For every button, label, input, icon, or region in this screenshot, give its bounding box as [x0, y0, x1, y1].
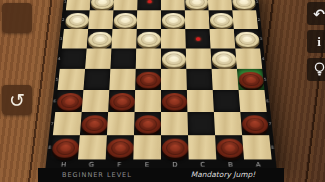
square-a2[interactable]: [232, 10, 258, 29]
square-d1[interactable]: [161, 0, 185, 10]
piece-dark[interactable]: [241, 115, 268, 133]
hint-message: Mandatory Jump!: [183, 170, 263, 179]
piece-dark[interactable]: [106, 139, 133, 158]
rank-label: 4: [260, 49, 266, 69]
square-e6[interactable]: [135, 90, 161, 112]
square-e3[interactable]: [136, 29, 161, 48]
square-h5[interactable]: [58, 69, 86, 90]
square-g1[interactable]: [90, 0, 115, 10]
board: HGFEDCBA 12345678 12345678: [45, 0, 277, 172]
rank-label: 3: [258, 29, 264, 48]
square-d6[interactable]: [161, 90, 187, 112]
menu-button[interactable]: [2, 3, 32, 33]
square-f3[interactable]: [111, 29, 136, 48]
square-b4[interactable]: [211, 49, 237, 69]
square-a6[interactable]: [239, 90, 267, 112]
restart-button[interactable]: ↺: [2, 85, 32, 115]
square-c5[interactable]: [186, 69, 212, 90]
piece-white[interactable]: [185, 0, 208, 9]
piece-dark[interactable]: [80, 115, 107, 133]
square-a5[interactable]: [237, 69, 265, 90]
square-b6[interactable]: [213, 90, 241, 112]
square-f4[interactable]: [110, 49, 136, 69]
square-b7[interactable]: [214, 112, 242, 135]
square-h8[interactable]: [50, 135, 80, 159]
square-h7[interactable]: [53, 112, 82, 135]
square-h2[interactable]: [64, 10, 90, 29]
square-e4[interactable]: [136, 49, 161, 69]
piece-white[interactable]: [137, 32, 161, 47]
square-g7[interactable]: [80, 112, 108, 135]
square-c3[interactable]: [185, 29, 210, 48]
app-screen: HGFEDCBA 12345678 12345678 BEGINNER LEVE…: [0, 0, 325, 182]
status-bar: BEGINNER LEVEL Mandatory Jump!: [38, 168, 284, 182]
piece-dark[interactable]: [51, 139, 79, 158]
rank-label: 2: [256, 10, 261, 29]
info-icon: i: [317, 31, 321, 53]
square-a4[interactable]: [235, 49, 262, 69]
piece-dark[interactable]: [161, 139, 188, 158]
square-b5[interactable]: [212, 69, 239, 90]
square-g3[interactable]: [87, 29, 113, 48]
square-e8[interactable]: [133, 135, 161, 159]
info-button[interactable]: i: [307, 30, 325, 53]
square-d7[interactable]: [161, 112, 188, 135]
square-f6[interactable]: [108, 90, 135, 112]
lightbulb-icon: [313, 62, 325, 78]
square-f7[interactable]: [107, 112, 135, 135]
square-a7[interactable]: [240, 112, 269, 135]
piece-white[interactable]: [90, 0, 114, 9]
square-e1[interactable]: [137, 0, 161, 10]
undo-button[interactable]: ↶: [307, 2, 325, 25]
undo-icon: ↶: [313, 3, 325, 25]
piece-white[interactable]: [161, 51, 185, 67]
piece-white[interactable]: [87, 32, 112, 47]
square-d2[interactable]: [161, 10, 185, 29]
square-c8[interactable]: [188, 135, 216, 159]
move-dot: [196, 37, 201, 40]
square-d5[interactable]: [161, 69, 187, 90]
board-grid: [50, 0, 271, 159]
square-e7[interactable]: [134, 112, 161, 135]
piece-white[interactable]: [113, 13, 137, 28]
piece-white[interactable]: [232, 0, 256, 9]
square-g4[interactable]: [85, 49, 111, 69]
square-a3[interactable]: [234, 29, 260, 48]
piece-dark[interactable]: [134, 115, 160, 133]
square-b3[interactable]: [210, 29, 236, 48]
level-label: BEGINNER LEVEL: [62, 171, 132, 179]
square-d3[interactable]: [161, 29, 186, 48]
piece-white[interactable]: [211, 51, 236, 67]
piece-dark[interactable]: [216, 139, 244, 158]
restart-icon: ↺: [9, 86, 25, 114]
square-g2[interactable]: [88, 10, 113, 29]
square-e2[interactable]: [137, 10, 161, 29]
square-c2[interactable]: [185, 10, 210, 29]
square-f5[interactable]: [109, 69, 135, 90]
square-a1[interactable]: [231, 0, 256, 10]
square-f8[interactable]: [106, 135, 134, 159]
square-d4[interactable]: [161, 49, 186, 69]
piece-dark[interactable]: [238, 72, 264, 89]
piece-dark[interactable]: [56, 93, 83, 110]
square-h4[interactable]: [60, 49, 87, 69]
square-f1[interactable]: [113, 0, 137, 10]
square-g5[interactable]: [83, 69, 110, 90]
piece-dark[interactable]: [136, 72, 161, 89]
rank-label: 1: [254, 0, 259, 10]
piece-white[interactable]: [161, 13, 184, 28]
square-c4[interactable]: [186, 49, 212, 69]
piece-dark[interactable]: [109, 93, 135, 110]
square-c7[interactable]: [187, 112, 215, 135]
piece-dark[interactable]: [161, 93, 186, 110]
square-a8[interactable]: [242, 135, 272, 159]
square-b1[interactable]: [208, 0, 233, 10]
square-g6[interactable]: [82, 90, 110, 112]
piece-white[interactable]: [234, 32, 259, 47]
piece-white[interactable]: [209, 13, 233, 28]
square-h3[interactable]: [62, 29, 88, 48]
square-d8[interactable]: [161, 135, 189, 159]
square-f2[interactable]: [112, 10, 137, 29]
hint-button[interactable]: [307, 58, 325, 81]
piece-white[interactable]: [65, 13, 90, 28]
square-e5[interactable]: [135, 69, 161, 90]
square-g8[interactable]: [78, 135, 107, 159]
square-h1[interactable]: [66, 0, 91, 10]
move-dot: [147, 0, 151, 3]
square-c1[interactable]: [184, 0, 208, 10]
board-frame: HGFEDCBA 12345678 12345678: [45, 0, 277, 172]
square-b2[interactable]: [209, 10, 234, 29]
square-b8[interactable]: [215, 135, 244, 159]
square-h6[interactable]: [55, 90, 83, 112]
square-c6[interactable]: [187, 90, 214, 112]
